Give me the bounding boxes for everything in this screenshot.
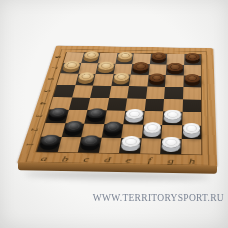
- square-f1: [140, 139, 162, 154]
- square-h5: [183, 87, 201, 99]
- square-h2: [181, 125, 201, 139]
- square-d6: [111, 74, 131, 86]
- piece-black-b2[interactable]: [64, 121, 84, 132]
- piece-black-c1[interactable]: [80, 135, 100, 146]
- square-g5: [164, 87, 183, 99]
- file-label-e: e: [117, 155, 139, 164]
- piece-white-f2[interactable]: [143, 122, 161, 133]
- rank-label-1: 1: [17, 140, 44, 149]
- square-e5: [127, 86, 147, 98]
- square-f5: [146, 86, 165, 98]
- piece-dwood-g7[interactable]: [167, 63, 183, 71]
- piece-white-g3[interactable]: [164, 109, 182, 119]
- square-d8: [115, 53, 134, 64]
- square-h1: [181, 139, 202, 154]
- watermark-text: WWW.TERRITORYSPORT.RU: [93, 193, 224, 203]
- file-label-c: c: [75, 154, 98, 163]
- square-c5: [90, 85, 111, 97]
- square-d5: [109, 86, 129, 98]
- square-h4: [182, 99, 201, 112]
- piece-dwood-f8[interactable]: [151, 52, 167, 60]
- checkers-board: abcdefgh 87654321: [17, 46, 217, 168]
- piece-white-g1[interactable]: [162, 137, 181, 149]
- square-e1: [119, 138, 141, 153]
- file-label-b: b: [54, 154, 77, 163]
- square-e7: [131, 64, 150, 75]
- rank-label-8: 8: [47, 54, 69, 61]
- file-label-f: f: [139, 156, 161, 165]
- piece-lwood-b6[interactable]: [77, 72, 95, 81]
- piece-dwood-e7[interactable]: [132, 62, 148, 70]
- square-d4: [106, 98, 127, 111]
- square-g1: [160, 139, 181, 154]
- piece-lwood-d8[interactable]: [117, 52, 133, 60]
- piece-lwood-d6[interactable]: [113, 73, 130, 82]
- square-d2: [101, 124, 123, 138]
- piece-white-e1[interactable]: [121, 136, 140, 147]
- file-label-d: d: [96, 155, 119, 164]
- piece-black-c3[interactable]: [87, 108, 106, 118]
- piece-white-h2[interactable]: [182, 123, 200, 134]
- rank-label-7: 7: [44, 64, 67, 71]
- square-h8: [184, 54, 201, 65]
- square-d1: [98, 138, 121, 153]
- square-f2: [141, 124, 162, 138]
- square-f8: [149, 54, 167, 65]
- rank-label-3: 3: [27, 112, 52, 120]
- piece-dwood-f6[interactable]: [148, 73, 165, 82]
- piece-white-e3[interactable]: [125, 109, 143, 119]
- rank-label-2: 2: [22, 126, 48, 135]
- piece-lwood-c7[interactable]: [97, 62, 114, 70]
- rank-label-6: 6: [40, 75, 63, 82]
- file-label-a: a: [32, 154, 56, 163]
- rank-label-4: 4: [31, 99, 56, 107]
- piece-lwood-b8[interactable]: [83, 51, 100, 59]
- square-g7: [166, 64, 184, 75]
- square-f4: [144, 98, 164, 111]
- file-label-h: h: [181, 156, 202, 165]
- square-e3: [123, 111, 144, 125]
- rank-label-5: 5: [36, 87, 60, 95]
- square-f6: [147, 75, 166, 87]
- piece-black-d2[interactable]: [103, 122, 122, 133]
- square-c6: [93, 74, 113, 86]
- square-g3: [162, 111, 182, 125]
- file-label-g: g: [160, 156, 182, 165]
- square-c3: [84, 110, 106, 124]
- piece-dwood-h6[interactable]: [184, 74, 200, 83]
- square-c7: [95, 63, 115, 74]
- square-g6: [165, 75, 183, 87]
- piece-dwood-h8[interactable]: [185, 53, 200, 61]
- square-h6: [183, 76, 201, 88]
- photo-canvas: abcdefgh 87654321 WWW.TERRITORYSPORT.RU: [0, 0, 228, 228]
- square-e6: [129, 75, 148, 87]
